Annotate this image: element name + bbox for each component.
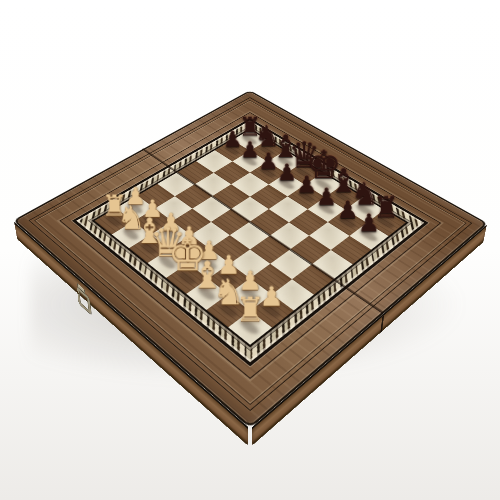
scene: ♜♞♝♛♚♝♞♜♟♟♟♟♟♟♟♟♟♟♟♟♟♟♟♟♜♞♝♛♚♝♞♜ <box>0 0 500 500</box>
clasp-loop <box>76 286 91 315</box>
piece-glyph: ♟ <box>296 173 317 196</box>
photo-stage: ♜♞♝♛♚♝♞♜♟♟♟♟♟♟♟♟♟♟♟♟♟♟♟♟♜♞♝♛♚♝♞♜ <box>0 0 500 500</box>
piece-glyph: ♟ <box>358 211 380 235</box>
fold-seam-edge-notch <box>380 315 384 333</box>
piece-glyph: ♟ <box>316 185 337 209</box>
piece-glyph: ♟ <box>337 198 359 222</box>
piece-glyph: ♟ <box>258 150 278 172</box>
chess-case: ♜♞♝♛♚♝♞♜♟♟♟♟♟♟♟♟♟♟♟♟♟♟♟♟♜♞♝♛♚♝♞♜ <box>13 90 488 428</box>
piece-glyph: ♟ <box>277 161 297 184</box>
piece-glyph: ♟ <box>240 139 260 161</box>
case-top-face: ♜♞♝♛♚♝♞♜♟♟♟♟♟♟♟♟♟♟♟♟♟♟♟♟♜♞♝♛♚♝♞♜ <box>13 90 488 428</box>
clasp-plate <box>78 283 85 295</box>
piece-glyph: ♜ <box>235 294 265 327</box>
